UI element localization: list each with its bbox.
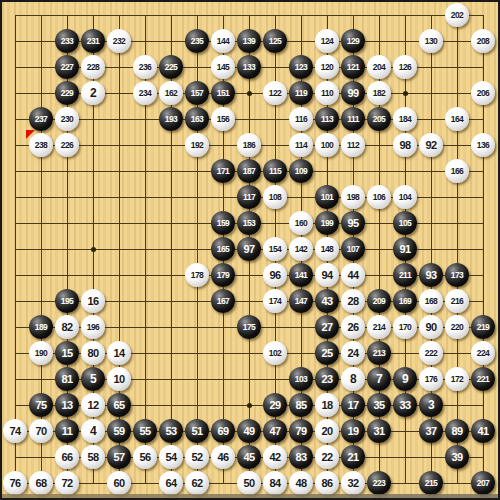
stone-black-111: 111 [341, 107, 365, 131]
stone-white-76: 76 [3, 471, 27, 495]
stone-black-33: 33 [393, 393, 417, 417]
stone-white-80: 80 [81, 341, 105, 365]
stone-black-91: 91 [393, 237, 417, 261]
stone-black-173: 173 [445, 263, 469, 287]
stone-black-37: 37 [419, 419, 443, 443]
stone-black-221: 221 [471, 367, 495, 391]
stone-black-151: 151 [211, 81, 235, 105]
stone-white-10: 10 [107, 367, 131, 391]
stone-white-145: 145 [211, 55, 235, 79]
stone-black-209: 209 [367, 289, 391, 313]
hoshi-point [247, 91, 252, 96]
stone-white-52: 52 [185, 445, 209, 469]
stone-white-224: 224 [471, 341, 495, 365]
stone-black-199: 199 [315, 211, 339, 235]
stone-white-172: 172 [445, 367, 469, 391]
stone-white-64: 64 [159, 471, 183, 495]
stone-white-82: 82 [55, 315, 79, 339]
stone-white-236: 236 [133, 55, 157, 79]
stone-white-156: 156 [211, 107, 235, 131]
stone-white-178: 178 [185, 263, 209, 287]
stone-white-94: 94 [315, 263, 339, 287]
stone-black-101: 101 [315, 185, 339, 209]
stone-black-189: 189 [29, 315, 53, 339]
stone-white-100: 100 [315, 133, 339, 157]
stone-white-164: 164 [445, 107, 469, 131]
stone-black-103: 103 [289, 367, 313, 391]
hoshi-point [91, 247, 96, 252]
stone-black-179: 179 [211, 263, 235, 287]
stone-white-174: 174 [263, 289, 287, 313]
stone-black-51: 51 [185, 419, 209, 443]
stone-black-9: 9 [393, 367, 417, 391]
stone-black-117: 117 [237, 185, 261, 209]
stone-black-215: 215 [419, 471, 443, 495]
stone-white-148: 148 [315, 237, 339, 261]
go-board-diagram: 2022332312322351441391251241291302082272… [0, 0, 500, 500]
stone-white-144: 144 [211, 29, 235, 53]
stone-black-159: 159 [211, 211, 235, 235]
stone-black-65: 65 [107, 393, 131, 417]
stone-black-167: 167 [211, 289, 235, 313]
stone-white-126: 126 [393, 55, 417, 79]
hoshi-point [403, 91, 408, 96]
stone-white-48: 48 [289, 471, 313, 495]
stone-black-17: 17 [341, 393, 365, 417]
stone-black-81: 81 [55, 367, 79, 391]
stone-white-44: 44 [341, 263, 365, 287]
stone-white-154: 154 [263, 237, 287, 261]
stone-white-32: 32 [341, 471, 365, 495]
stone-white-168: 168 [419, 289, 443, 313]
stone-black-205: 205 [367, 107, 391, 131]
stone-white-28: 28 [341, 289, 365, 313]
stone-white-122: 122 [263, 81, 287, 105]
stone-black-27: 27 [315, 315, 339, 339]
stone-white-90: 90 [419, 315, 443, 339]
stone-black-39: 39 [445, 445, 469, 469]
stone-white-92: 92 [419, 133, 443, 157]
stone-white-26: 26 [341, 315, 365, 339]
stone-black-7: 7 [367, 367, 391, 391]
stone-white-238: 238 [29, 133, 53, 157]
stone-black-25: 25 [315, 341, 339, 365]
stone-white-22: 22 [315, 445, 339, 469]
stone-white-142: 142 [289, 237, 313, 261]
stone-white-222: 222 [419, 341, 443, 365]
stone-black-23: 23 [315, 367, 339, 391]
stone-black-163: 163 [185, 107, 209, 131]
stone-white-202: 202 [445, 3, 469, 27]
stone-white-136: 136 [471, 133, 495, 157]
stone-black-139: 139 [237, 29, 261, 53]
stone-white-102: 102 [263, 341, 287, 365]
stone-white-114: 114 [289, 133, 313, 157]
stone-black-153: 153 [237, 211, 261, 235]
stone-black-97: 97 [237, 237, 261, 261]
stone-white-96: 96 [263, 263, 287, 287]
stone-black-41: 41 [471, 419, 495, 443]
stone-black-59: 59 [107, 419, 131, 443]
stone-white-182: 182 [367, 81, 391, 105]
stone-black-225: 225 [159, 55, 183, 79]
stone-white-56: 56 [133, 445, 157, 469]
stone-black-141: 141 [289, 263, 313, 287]
stone-white-116: 116 [289, 107, 313, 131]
stone-black-107: 107 [341, 237, 365, 261]
stone-white-162: 162 [159, 81, 183, 105]
stone-white-42: 42 [263, 445, 287, 469]
stone-white-170: 170 [393, 315, 417, 339]
stone-black-207: 207 [471, 471, 495, 495]
stone-white-176: 176 [419, 367, 443, 391]
stone-black-11: 11 [55, 419, 79, 443]
stone-black-35: 35 [367, 393, 391, 417]
stone-white-216: 216 [445, 289, 469, 313]
stone-white-18: 18 [315, 393, 339, 417]
stone-white-86: 86 [315, 471, 339, 495]
stone-white-46: 46 [211, 445, 235, 469]
stone-white-232: 232 [107, 29, 131, 53]
stone-white-184: 184 [393, 107, 417, 131]
stone-black-171: 171 [211, 159, 235, 183]
stone-black-165: 165 [211, 237, 235, 261]
board-line-vertical [15, 15, 16, 484]
stone-black-109: 109 [289, 159, 313, 183]
stone-black-79: 79 [289, 419, 313, 443]
stone-white-54: 54 [159, 445, 183, 469]
stone-black-43: 43 [315, 289, 339, 313]
stone-white-108: 108 [263, 185, 287, 209]
stone-black-195: 195 [55, 289, 79, 313]
stone-white-192: 192 [185, 133, 209, 157]
stone-white-16: 16 [81, 289, 105, 313]
stone-white-166: 166 [445, 159, 469, 183]
board-line-vertical [457, 15, 458, 484]
stone-black-223: 223 [367, 471, 391, 495]
stone-white-160: 160 [289, 211, 313, 235]
stone-white-186: 186 [237, 133, 261, 157]
stone-black-229: 229 [55, 81, 79, 105]
stone-white-58: 58 [81, 445, 105, 469]
stone-white-50: 50 [237, 471, 261, 495]
stone-black-119: 119 [289, 81, 313, 105]
stone-white-214: 214 [367, 315, 391, 339]
stone-white-226: 226 [55, 133, 79, 157]
stone-black-15: 15 [55, 341, 79, 365]
stone-black-99: 99 [341, 81, 365, 105]
stone-white-220: 220 [445, 315, 469, 339]
stone-white-234: 234 [133, 81, 157, 105]
stone-black-93: 93 [419, 263, 443, 287]
stone-black-235: 235 [185, 29, 209, 53]
stone-black-157: 157 [185, 81, 209, 105]
stone-black-121: 121 [341, 55, 365, 79]
stone-white-112: 112 [341, 133, 365, 157]
stone-white-204: 204 [367, 55, 391, 79]
stone-black-237: 237 [29, 107, 53, 131]
stone-black-75: 75 [29, 393, 53, 417]
stone-white-190: 190 [29, 341, 53, 365]
stone-white-12: 12 [81, 393, 105, 417]
stone-white-70: 70 [29, 419, 53, 443]
stone-black-133: 133 [237, 55, 261, 79]
stone-black-13: 13 [55, 393, 79, 417]
stone-white-4: 4 [81, 419, 105, 443]
stone-white-72: 72 [55, 471, 79, 495]
stone-white-68: 68 [29, 471, 53, 495]
stone-black-193: 193 [159, 107, 183, 131]
stone-black-95: 95 [341, 211, 365, 235]
stone-black-147: 147 [289, 289, 313, 313]
stone-white-196: 196 [81, 315, 105, 339]
stone-black-19: 19 [341, 419, 365, 443]
stone-black-115: 115 [263, 159, 287, 183]
stone-black-55: 55 [133, 419, 157, 443]
stone-white-74: 74 [3, 419, 27, 443]
stone-white-98: 98 [393, 133, 417, 157]
stone-white-228: 228 [81, 55, 105, 79]
board-line-horizontal [15, 15, 484, 16]
hoshi-point [247, 403, 252, 408]
stone-white-110: 110 [315, 81, 339, 105]
stone-black-3: 3 [419, 393, 443, 417]
stone-white-20: 20 [315, 419, 339, 443]
stone-black-21: 21 [341, 445, 365, 469]
stone-white-124: 124 [315, 29, 339, 53]
stone-white-2: 2 [81, 81, 105, 105]
stone-white-62: 62 [185, 471, 209, 495]
stone-white-208: 208 [471, 29, 495, 53]
stone-black-211: 211 [393, 263, 417, 287]
stone-black-5: 5 [81, 367, 105, 391]
stone-black-49: 49 [237, 419, 261, 443]
stone-black-89: 89 [445, 419, 469, 443]
stone-white-104: 104 [393, 185, 417, 209]
stone-black-233: 233 [55, 29, 79, 53]
stone-white-24: 24 [341, 341, 365, 365]
stone-black-105: 105 [393, 211, 417, 235]
stone-black-29: 29 [263, 393, 287, 417]
stone-black-45: 45 [237, 445, 261, 469]
stone-black-129: 129 [341, 29, 365, 53]
stone-white-66: 66 [55, 445, 79, 469]
stone-black-31: 31 [367, 419, 391, 443]
stone-black-57: 57 [107, 445, 131, 469]
stone-white-8: 8 [341, 367, 365, 391]
stone-black-113: 113 [315, 107, 339, 131]
stone-white-84: 84 [263, 471, 287, 495]
stone-black-83: 83 [289, 445, 313, 469]
stone-black-123: 123 [289, 55, 313, 79]
stone-black-187: 187 [237, 159, 261, 183]
stone-white-60: 60 [107, 471, 131, 495]
stone-white-198: 198 [341, 185, 365, 209]
stone-white-120: 120 [315, 55, 339, 79]
stone-black-85: 85 [289, 393, 313, 417]
stone-black-213: 213 [367, 341, 391, 365]
stone-black-219: 219 [471, 315, 495, 339]
stone-white-106: 106 [367, 185, 391, 209]
stone-black-125: 125 [263, 29, 287, 53]
stone-white-130: 130 [419, 29, 443, 53]
stone-white-14: 14 [107, 341, 131, 365]
stone-black-169: 169 [393, 289, 417, 313]
stone-black-69: 69 [211, 419, 235, 443]
stone-black-47: 47 [263, 419, 287, 443]
stone-black-175: 175 [237, 315, 261, 339]
stone-white-206: 206 [471, 81, 495, 105]
stone-black-231: 231 [81, 29, 105, 53]
stone-black-227: 227 [55, 55, 79, 79]
stone-white-230: 230 [55, 107, 79, 131]
stone-black-53: 53 [159, 419, 183, 443]
